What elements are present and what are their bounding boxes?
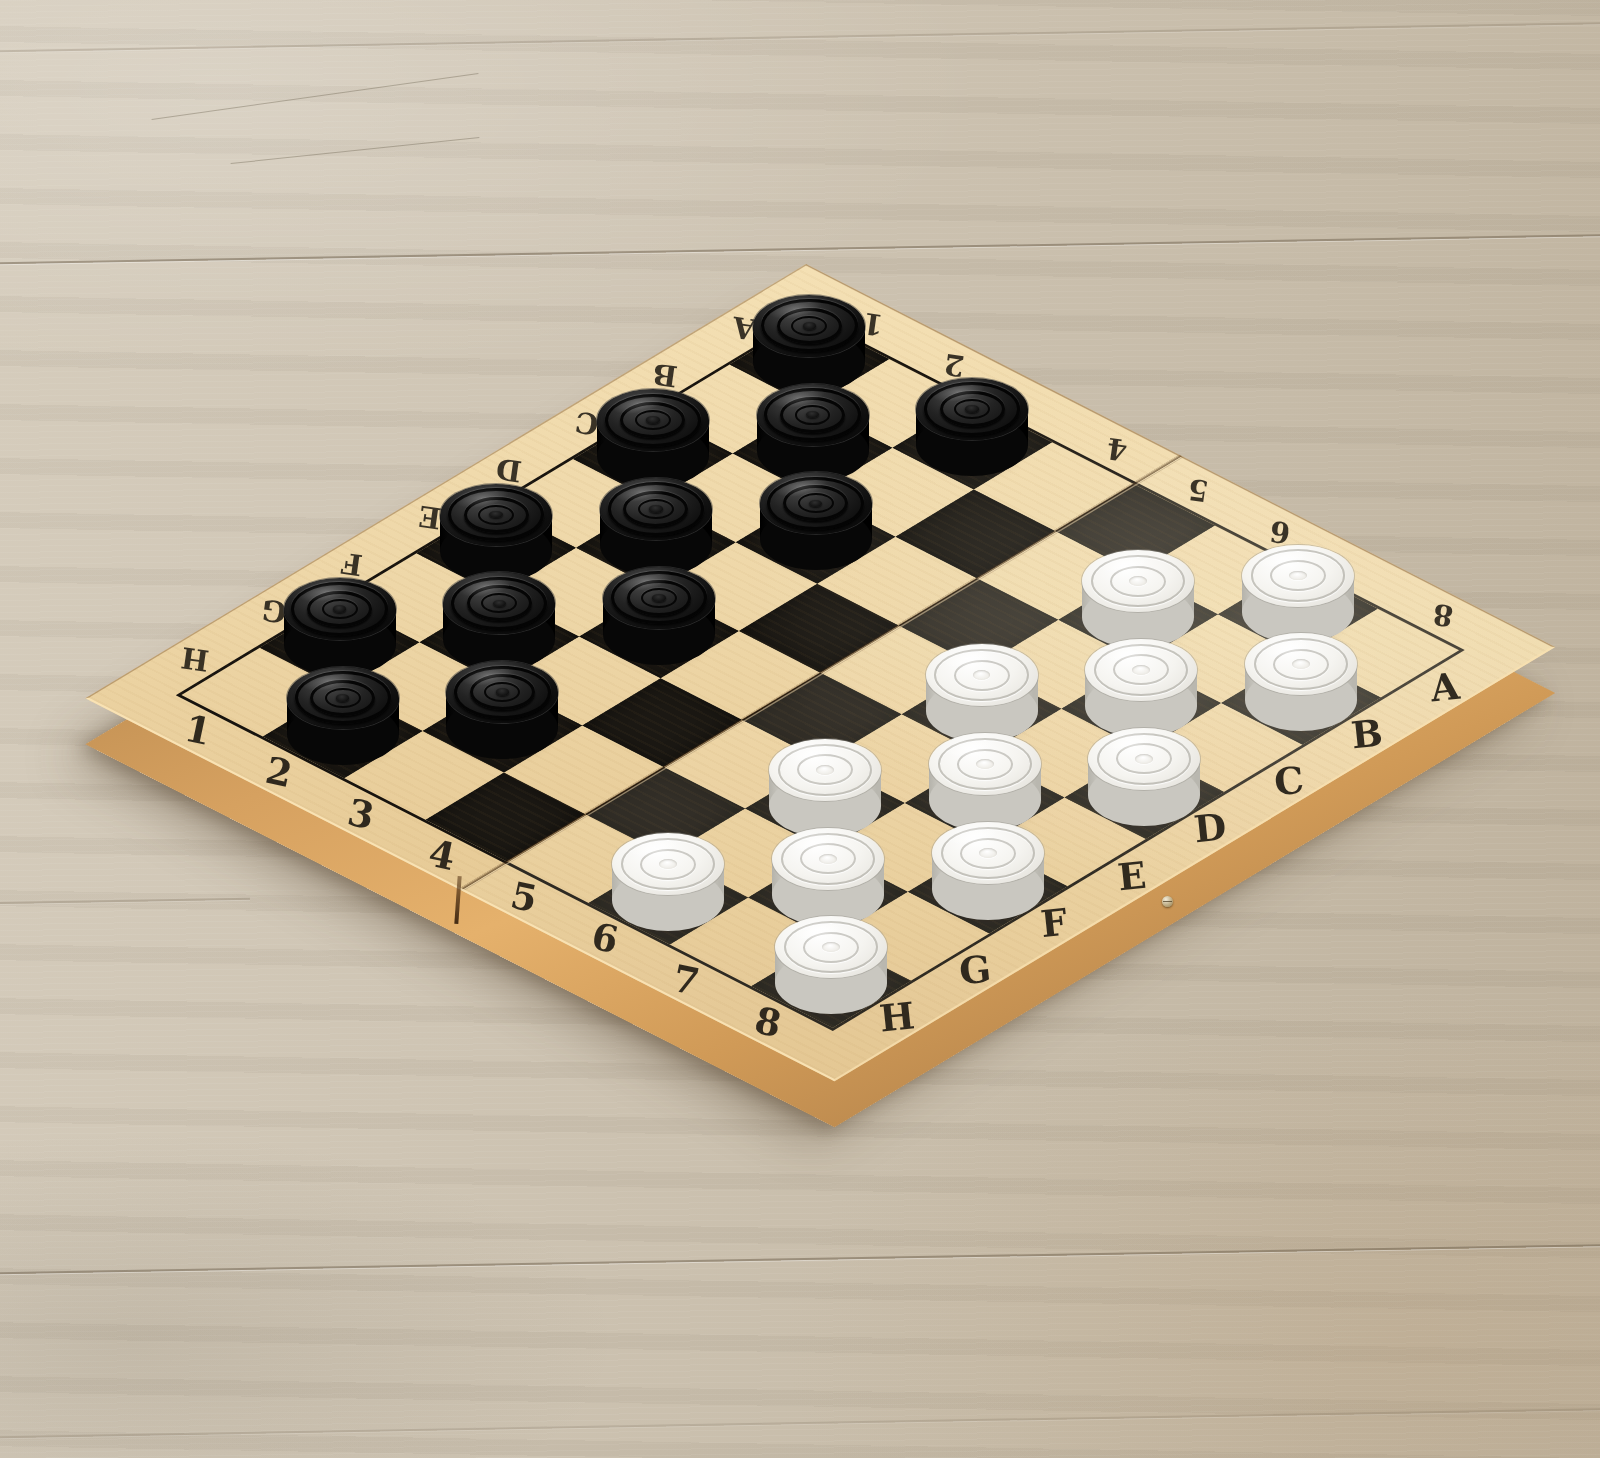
checker-top-face xyxy=(760,472,872,534)
checker-top-face xyxy=(775,916,887,978)
fold-slit xyxy=(454,876,461,924)
checker-black-d2[interactable] xyxy=(600,478,712,576)
coord-upper-right-4: 4 xyxy=(1091,423,1143,475)
pieces-and-labels-layer: ABCDEFGH12456812345678ABCDEFGH xyxy=(0,0,1600,1458)
checker-black-c1[interactable] xyxy=(597,389,709,487)
checker-black-e3[interactable] xyxy=(603,567,715,665)
coord-lower-left-1: 1 xyxy=(171,703,226,758)
checker-black-b2[interactable] xyxy=(757,384,869,482)
coord-lower-right-A: A xyxy=(1420,662,1471,713)
checker-top-face xyxy=(772,828,884,890)
checker-top-face xyxy=(757,384,869,446)
checker-top-face xyxy=(753,295,865,357)
checker-white-a7[interactable] xyxy=(1242,545,1354,643)
checker-black-a1[interactable] xyxy=(753,295,865,393)
coord-lower-right-G: G xyxy=(950,945,1001,996)
checker-white-b6[interactable] xyxy=(1082,550,1194,648)
checker-top-face xyxy=(769,739,881,801)
checker-center xyxy=(976,759,994,769)
checker-top-face xyxy=(929,733,1041,795)
coord-lower-right-C: C xyxy=(1263,756,1314,807)
checker-center xyxy=(1132,665,1150,675)
checker-top-face xyxy=(446,661,558,723)
coord-lower-left-3: 3 xyxy=(333,786,388,841)
checker-center xyxy=(1135,754,1153,764)
checker-white-b8[interactable] xyxy=(1245,633,1357,731)
coord-upper-right-8: 8 xyxy=(1417,589,1469,641)
checker-black-c3[interactable] xyxy=(760,472,872,570)
checker-black-g1[interactable] xyxy=(284,578,396,676)
checker-black-e1[interactable] xyxy=(440,484,552,582)
checker-top-face xyxy=(597,389,709,451)
checker-top-face xyxy=(1085,639,1197,701)
table-surface: ABCDEFGH12456812345678ABCDEFGH xyxy=(0,0,1600,1458)
checker-top-face xyxy=(926,644,1038,706)
checker-white-d6[interactable] xyxy=(926,644,1038,742)
checker-top-face xyxy=(1245,633,1357,695)
checker-top-face xyxy=(932,822,1044,884)
checker-top-face xyxy=(440,484,552,546)
coord-upper-right-5: 5 xyxy=(1172,464,1224,516)
checker-white-g7[interactable] xyxy=(772,828,884,926)
hinge-screw xyxy=(1162,896,1173,907)
checker-center xyxy=(496,688,509,695)
checker-white-d8[interactable] xyxy=(1088,728,1200,826)
checker-center xyxy=(493,600,506,607)
checker-white-c7[interactable] xyxy=(1085,639,1197,737)
coord-lower-right-E: E xyxy=(1107,850,1158,901)
checker-white-h6[interactable] xyxy=(612,833,724,931)
checker-center xyxy=(336,694,349,701)
checker-top-face xyxy=(916,378,1028,440)
coord-lower-left-5: 5 xyxy=(496,870,551,925)
checker-top-face xyxy=(603,567,715,629)
checker-center xyxy=(652,594,665,601)
checker-top-face xyxy=(287,667,399,729)
checker-black-a3[interactable] xyxy=(916,378,1028,476)
checker-black-f2[interactable] xyxy=(443,572,555,670)
checker-center xyxy=(819,854,837,864)
checker-top-face xyxy=(284,578,396,640)
checker-top-face xyxy=(1088,728,1200,790)
checker-white-h8[interactable] xyxy=(775,916,887,1014)
checker-black-g3[interactable] xyxy=(446,661,558,759)
checker-white-f6[interactable] xyxy=(769,739,881,837)
checker-black-h2[interactable] xyxy=(287,667,399,765)
checker-center xyxy=(333,605,346,612)
checker-center xyxy=(803,322,816,329)
checker-top-face xyxy=(1082,550,1194,612)
checker-top-face xyxy=(1242,545,1354,607)
coord-upper-left-H: H xyxy=(169,633,221,685)
checker-center xyxy=(965,405,978,412)
checker-center xyxy=(649,505,662,512)
coord-lower-left-7: 7 xyxy=(659,953,714,1008)
checker-center xyxy=(979,848,997,858)
checker-top-face xyxy=(612,833,724,895)
checker-top-face xyxy=(600,478,712,540)
checker-white-f8[interactable] xyxy=(932,822,1044,920)
coord-lower-left-4: 4 xyxy=(415,828,470,883)
checker-center xyxy=(646,416,659,423)
checker-center xyxy=(816,765,834,775)
checker-white-e7[interactable] xyxy=(929,733,1041,831)
